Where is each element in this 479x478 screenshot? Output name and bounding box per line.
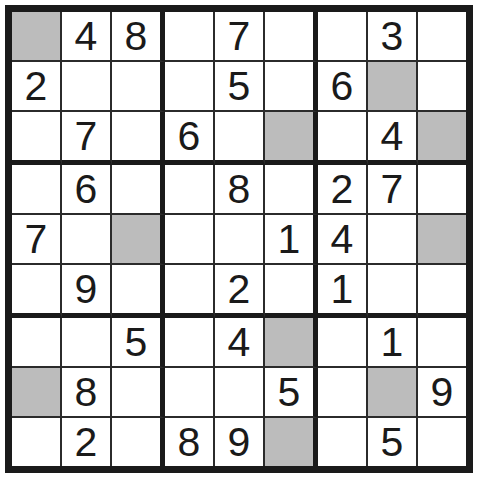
cell-r7c9[interactable]: [418, 318, 466, 368]
cell-r1c5[interactable]: 7: [215, 12, 265, 62]
cell-r1c9[interactable]: [418, 12, 466, 62]
cell-r4c1[interactable]: [12, 165, 62, 215]
cell-r8c9[interactable]: 9: [418, 368, 466, 418]
cell-r4c9[interactable]: [418, 165, 466, 215]
cell-r3c1[interactable]: [12, 112, 62, 165]
cell-r1c8[interactable]: 3: [368, 12, 418, 62]
cell-r2c4[interactable]: [165, 62, 215, 112]
cell-r9c3[interactable]: [112, 418, 165, 466]
cell-r4c4[interactable]: [165, 165, 215, 215]
cell-r9c2[interactable]: 2: [62, 418, 112, 466]
cell-r6c5[interactable]: 2: [215, 265, 265, 318]
cell-r5c1[interactable]: 7: [12, 215, 62, 265]
cell-r7c3[interactable]: 5: [112, 318, 165, 368]
cell-r9c4[interactable]: 8: [165, 418, 215, 466]
cell-r1c2[interactable]: 4: [62, 12, 112, 62]
cell-r2c2[interactable]: [62, 62, 112, 112]
cell-r7c7[interactable]: [318, 318, 368, 368]
cell-r2c9[interactable]: [418, 62, 466, 112]
sudoku-board: 487325676468277149215418592895: [5, 5, 473, 473]
cell-r2c1[interactable]: 2: [12, 62, 62, 112]
cell-r4c5[interactable]: 8: [215, 165, 265, 215]
cell-r6c9[interactable]: [418, 265, 466, 318]
cell-r5c6[interactable]: 1: [265, 215, 318, 265]
cell-r7c1[interactable]: [12, 318, 62, 368]
cell-r2c6[interactable]: [265, 62, 318, 112]
cell-r4c2[interactable]: 6: [62, 165, 112, 215]
cell-r3c7[interactable]: [318, 112, 368, 165]
page: 487325676468277149215418592895: [0, 0, 479, 473]
cell-r3c6[interactable]: [265, 112, 318, 165]
cell-r7c5[interactable]: 4: [215, 318, 265, 368]
cell-r1c7[interactable]: [318, 12, 368, 62]
cell-r5c7[interactable]: 4: [318, 215, 368, 265]
cell-r3c4[interactable]: 6: [165, 112, 215, 165]
cell-r1c1[interactable]: [12, 12, 62, 62]
cell-r7c6[interactable]: [265, 318, 318, 368]
cell-r7c4[interactable]: [165, 318, 215, 368]
cell-r6c8[interactable]: [368, 265, 418, 318]
cell-r1c3[interactable]: 8: [112, 12, 165, 62]
cell-r9c1[interactable]: [12, 418, 62, 466]
cell-r8c6[interactable]: 5: [265, 368, 318, 418]
cell-r6c7[interactable]: 1: [318, 265, 368, 318]
cell-r7c2[interactable]: [62, 318, 112, 368]
cell-r3c3[interactable]: [112, 112, 165, 165]
cell-r8c2[interactable]: 8: [62, 368, 112, 418]
cell-r8c1[interactable]: [12, 368, 62, 418]
cell-r3c5[interactable]: [215, 112, 265, 165]
cell-r4c6[interactable]: [265, 165, 318, 215]
cell-r4c8[interactable]: 7: [368, 165, 418, 215]
cell-r5c8[interactable]: [368, 215, 418, 265]
cell-r9c6[interactable]: [265, 418, 318, 466]
cell-r5c4[interactable]: [165, 215, 215, 265]
cell-r1c4[interactable]: [165, 12, 215, 62]
cell-r3c9[interactable]: [418, 112, 466, 165]
cell-r6c6[interactable]: [265, 265, 318, 318]
cell-r2c8[interactable]: [368, 62, 418, 112]
cell-r5c9[interactable]: [418, 215, 466, 265]
cell-r4c3[interactable]: [112, 165, 165, 215]
cell-r5c2[interactable]: [62, 215, 112, 265]
cell-r7c8[interactable]: 1: [368, 318, 418, 368]
cell-r3c2[interactable]: 7: [62, 112, 112, 165]
cell-r9c8[interactable]: 5: [368, 418, 418, 466]
cell-r8c7[interactable]: [318, 368, 368, 418]
cell-r8c3[interactable]: [112, 368, 165, 418]
cell-r6c4[interactable]: [165, 265, 215, 318]
cell-r1c6[interactable]: [265, 12, 318, 62]
cell-r2c7[interactable]: 6: [318, 62, 368, 112]
cell-r2c3[interactable]: [112, 62, 165, 112]
cell-r8c5[interactable]: [215, 368, 265, 418]
cell-r3c8[interactable]: 4: [368, 112, 418, 165]
cell-r5c5[interactable]: [215, 215, 265, 265]
cell-r9c5[interactable]: 9: [215, 418, 265, 466]
cell-r6c1[interactable]: [12, 265, 62, 318]
cell-r6c3[interactable]: [112, 265, 165, 318]
cell-r5c3[interactable]: [112, 215, 165, 265]
cell-r8c4[interactable]: [165, 368, 215, 418]
cell-r6c2[interactable]: 9: [62, 265, 112, 318]
cell-r9c9[interactable]: [418, 418, 466, 466]
cell-r9c7[interactable]: [318, 418, 368, 466]
cell-r8c8[interactable]: [368, 368, 418, 418]
cell-r2c5[interactable]: 5: [215, 62, 265, 112]
cell-r4c7[interactable]: 2: [318, 165, 368, 215]
